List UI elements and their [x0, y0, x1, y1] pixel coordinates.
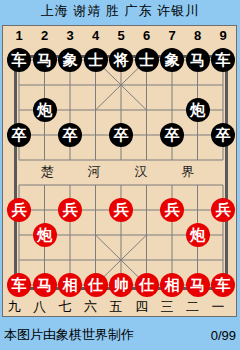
file-number-top: 7 [162, 29, 182, 43]
piece-red-soldier: 兵 [7, 198, 31, 222]
file-number-top: 2 [35, 29, 55, 43]
file-number-top: 6 [137, 29, 157, 43]
piece-black-advisor: 士 [84, 48, 108, 72]
file-number-bottom: 八 [30, 300, 50, 314]
piece-black-general: 将 [109, 48, 133, 72]
file-number-top: 9 [213, 29, 233, 43]
piece-red-cannon: 炮 [33, 223, 57, 247]
file-number-bottom: 一 [208, 300, 228, 314]
piece-black-elephant: 象 [160, 48, 184, 72]
piece-red-elephant: 相 [58, 273, 82, 297]
piece-red-chariot: 车 [7, 273, 31, 297]
piece-black-cannon: 炮 [186, 98, 210, 122]
piece-black-horse: 马 [186, 48, 210, 72]
file-number-bottom: 三 [157, 300, 177, 314]
piece-red-horse: 马 [33, 273, 57, 297]
piece-red-horse: 马 [186, 273, 210, 297]
match-title: 上海 谢靖 胜 广东 许银川 [0, 2, 240, 19]
piece-black-advisor: 士 [135, 48, 159, 72]
piece-black-soldier: 卒 [211, 123, 235, 147]
file-number-bottom: 五 [106, 300, 126, 314]
file-number-top: 1 [9, 29, 29, 43]
piece-red-soldier: 兵 [211, 198, 235, 222]
move-counter: 0/99 [211, 328, 236, 343]
board-panel: 123456789 楚河汉界 九八七六五四三二一 车马象士将士象马车炮炮卒卒卒卒… [2, 25, 237, 317]
piece-red-general: 帅 [109, 273, 133, 297]
file-number-top: 3 [60, 29, 80, 43]
piece-black-horse: 马 [33, 48, 57, 72]
file-number-bottom: 四 [132, 300, 152, 314]
piece-black-elephant: 象 [58, 48, 82, 72]
piece-red-soldier: 兵 [58, 198, 82, 222]
piece-red-soldier: 兵 [160, 198, 184, 222]
piece-black-chariot: 车 [7, 48, 31, 72]
xiangqi-board: 车马象士将士象马车炮炮卒卒卒卒卒兵兵兵兵兵炮炮车马相仕帅仕相马车 [6, 48, 236, 298]
piece-black-soldier: 卒 [109, 123, 133, 147]
piece-red-elephant: 相 [160, 273, 184, 297]
footer-bar: 本图片由象棋世界制作 0/99 [0, 326, 240, 344]
piece-red-cannon: 炮 [186, 223, 210, 247]
file-number-bottom: 六 [81, 300, 101, 314]
piece-red-chariot: 车 [211, 273, 235, 297]
file-number-bottom: 九 [4, 300, 24, 314]
file-number-top: 8 [188, 29, 208, 43]
file-number-bottom: 二 [183, 300, 203, 314]
piece-red-soldier: 兵 [109, 198, 133, 222]
piece-black-cannon: 炮 [33, 98, 57, 122]
xiangqi-diagram: 上海 谢靖 胜 广东 许银川 123456789 楚河汉界 九八七六五四三二一 … [0, 0, 240, 350]
piece-black-chariot: 车 [211, 48, 235, 72]
credit-text: 本图片由象棋世界制作 [4, 326, 134, 344]
file-number-bottom: 七 [55, 300, 75, 314]
piece-black-soldier: 卒 [7, 123, 31, 147]
piece-red-advisor: 仕 [84, 273, 108, 297]
piece-black-soldier: 卒 [58, 123, 82, 147]
file-number-top: 5 [111, 29, 131, 43]
piece-black-soldier: 卒 [160, 123, 184, 147]
file-number-top: 4 [86, 29, 106, 43]
piece-red-advisor: 仕 [135, 273, 159, 297]
